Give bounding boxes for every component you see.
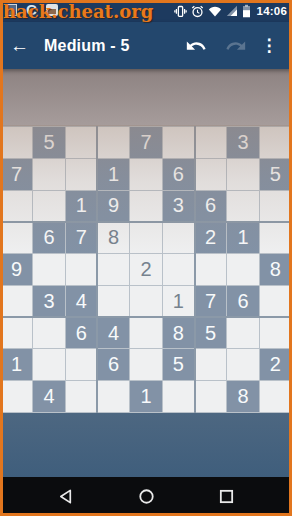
redo-button[interactable] [216,35,256,57]
undo-icon [185,35,207,57]
undo-button[interactable] [176,35,216,57]
cell-r8c5[interactable] [130,349,161,380]
cell-r1c8[interactable]: 3 [227,127,258,158]
cell-r1c7[interactable] [195,127,226,158]
cell-r6c3[interactable]: 4 [66,286,97,317]
cell-r4c4[interactable]: 8 [98,222,129,253]
cell-r7c3[interactable]: 6 [66,318,97,349]
cell-r2c3[interactable] [66,159,97,190]
cell-r5c3[interactable] [66,254,97,285]
cell-r4c3[interactable]: 7 [66,222,97,253]
cell-r7c6[interactable]: 8 [163,318,194,349]
nav-back-icon [58,488,75,505]
cell-r7c1[interactable] [1,318,32,349]
nav-home-icon [138,488,155,505]
calendar-icon [46,4,58,16]
nav-back-button[interactable] [26,477,106,516]
vibrate-icon [174,5,187,18]
cell-r6c4[interactable] [98,286,129,317]
screenshot-icon [5,4,17,16]
cell-r3c1[interactable] [1,191,32,222]
app-bar: ← Medium - 5 ⋮ [0,22,292,69]
cell-r8c4[interactable]: 6 [98,349,129,380]
cell-r9c6[interactable] [163,381,194,412]
cell-r9c2[interactable]: 4 [33,381,64,412]
cell-r4c5[interactable] [130,222,161,253]
cell-r2c1[interactable]: 7 [1,159,32,190]
signal-icon [226,5,238,17]
cell-r2c9[interactable]: 5 [260,159,291,190]
cell-r8c9[interactable]: 2 [260,349,291,380]
cell-r4c2[interactable]: 6 [33,222,64,253]
cell-r1c9[interactable] [260,127,291,158]
cell-r9c8[interactable]: 8 [227,381,258,412]
clock-text: 14:06 [257,5,287,17]
c-app-icon: C [26,3,37,17]
cell-r8c2[interactable] [33,349,64,380]
cell-r3c6[interactable]: 3 [163,191,194,222]
cell-r9c3[interactable] [66,381,97,412]
cell-r4c7[interactable]: 2 [195,222,226,253]
alarm-icon [191,5,204,18]
cell-r4c6[interactable] [163,222,194,253]
cell-r3c3[interactable]: 1 [66,191,97,222]
redo-icon [225,35,247,57]
cell-r7c2[interactable] [33,318,64,349]
background-upper [0,69,292,125]
cell-r1c5[interactable]: 7 [130,127,161,158]
phone-screen: C [0,0,292,516]
wifi-icon [208,6,222,17]
cell-r9c7[interactable] [195,381,226,412]
cell-r8c7[interactable] [195,349,226,380]
overflow-menu-button[interactable]: ⋮ [256,37,282,54]
cell-r4c1[interactable] [1,222,32,253]
cell-r4c9[interactable] [260,222,291,253]
cell-r1c2[interactable]: 5 [33,127,64,158]
cell-r5c8[interactable] [227,254,258,285]
cell-r3c4[interactable]: 9 [98,191,129,222]
cell-r7c5[interactable] [130,318,161,349]
cell-r1c4[interactable] [98,127,129,158]
cell-r6c6[interactable]: 1 [163,286,194,317]
back-button[interactable]: ← [10,35,44,57]
cell-r6c9[interactable] [260,286,291,317]
cell-r7c4[interactable]: 4 [98,318,129,349]
cell-r5c1[interactable]: 9 [1,254,32,285]
battery-icon [242,4,251,18]
status-bar: C [0,0,292,22]
cell-r2c7[interactable] [195,159,226,190]
cell-r9c1[interactable] [1,381,32,412]
nav-recents-button[interactable] [186,477,266,516]
cell-r8c8[interactable] [227,349,258,380]
android-nav-bar [0,477,292,516]
cell-r9c4[interactable] [98,381,129,412]
cell-r3c9[interactable] [260,191,291,222]
overflow-menu-icon: ⋮ [261,37,278,54]
cell-r1c3[interactable] [66,127,97,158]
sudoku-board: 57371651936678219283417664851652418 [0,125,292,413]
cell-r7c9[interactable] [260,318,291,349]
cell-r5c7[interactable] [195,254,226,285]
cell-r9c9[interactable] [260,381,291,412]
cell-r9c5[interactable]: 1 [130,381,161,412]
cell-r1c6[interactable] [163,127,194,158]
cell-r6c8[interactable]: 6 [227,286,258,317]
cell-r6c7[interactable]: 7 [195,286,226,317]
background-lower [0,413,292,477]
cell-r5c6[interactable] [163,254,194,285]
cell-r5c2[interactable] [33,254,64,285]
cell-r3c2[interactable] [33,191,64,222]
cell-r4c8[interactable]: 1 [227,222,258,253]
cell-r2c6[interactable]: 6 [163,159,194,190]
cell-r8c3[interactable] [66,349,97,380]
cell-r5c9[interactable]: 8 [260,254,291,285]
cell-r6c5[interactable] [130,286,161,317]
cell-r2c2[interactable] [33,159,64,190]
cell-r5c4[interactable] [98,254,129,285]
cell-r3c7[interactable]: 6 [195,191,226,222]
cell-r7c7[interactable]: 5 [195,318,226,349]
cell-r3c5[interactable] [130,191,161,222]
cell-r2c5[interactable] [130,159,161,190]
cell-r7c8[interactable] [227,318,258,349]
nav-recents-icon [218,488,235,505]
notification-icons: C [5,3,58,17]
cell-r8c1[interactable]: 1 [1,349,32,380]
cell-r2c8[interactable] [227,159,258,190]
page-title: Medium - 5 [44,37,130,55]
cell-r6c1[interactable] [1,286,32,317]
cell-r8c6[interactable]: 5 [163,349,194,380]
cell-r3c8[interactable] [227,191,258,222]
cell-r5c5[interactable]: 2 [130,254,161,285]
nav-home-button[interactable] [106,477,186,516]
cell-r2c4[interactable]: 1 [98,159,129,190]
cell-r6c2[interactable]: 3 [33,286,64,317]
cell-r1c1[interactable] [1,127,32,158]
